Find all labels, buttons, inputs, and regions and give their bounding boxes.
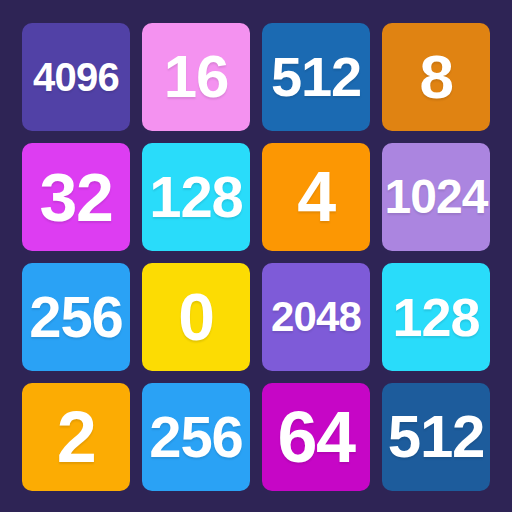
tile-r4c2: 256: [142, 383, 250, 491]
tile-r2c2: 128: [142, 143, 250, 251]
tile-r2c4: 1024: [382, 143, 490, 251]
tile-r1c1: 4096: [22, 23, 130, 131]
game-2048-screen: 4096 16 512 8 32 128 4 1024 256 0 2048 1…: [0, 0, 512, 512]
tile-r2c3: 4: [262, 143, 370, 251]
tile-r1c4: 8: [382, 23, 490, 131]
tile-r3c3: 2048: [262, 263, 370, 371]
board-grid[interactable]: 4096 16 512 8 32 128 4 1024 256 0 2048 1…: [0, 0, 512, 512]
tile-r4c1: 2: [22, 383, 130, 491]
tile-r1c2: 16: [142, 23, 250, 131]
tile-r3c1: 256: [22, 263, 130, 371]
tile-r4c4: 512: [382, 383, 490, 491]
tile-r1c3: 512: [262, 23, 370, 131]
tile-r3c4: 128: [382, 263, 490, 371]
tile-r4c3: 64: [262, 383, 370, 491]
tile-r2c1: 32: [22, 143, 130, 251]
tile-r3c2: 0: [142, 263, 250, 371]
